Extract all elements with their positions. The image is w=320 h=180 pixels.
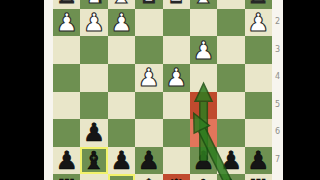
square-a5[interactable] <box>245 92 272 120</box>
square-h2[interactable]: ♟ <box>53 9 80 37</box>
black-knight: ♞ <box>220 176 242 180</box>
square-a8[interactable]: ♜ <box>245 174 272 180</box>
square-g6[interactable]: ♟ <box>80 119 107 147</box>
square-g8[interactable] <box>80 174 107 180</box>
white-bishop: ♝ <box>192 0 214 7</box>
square-a2[interactable]: ♟ <box>245 9 272 37</box>
square-d7[interactable] <box>163 147 190 175</box>
white-pawn: ♟ <box>192 38 214 63</box>
square-e6[interactable] <box>135 119 162 147</box>
square-e1[interactable]: ♚ <box>135 0 162 9</box>
square-g2[interactable]: ♟ <box>80 9 107 37</box>
video-frame: ♜♞♝♚♛♝♜♟♟♟♟♟♟♟♟♟♝♟♟♟♟♟♜♚♛♝♞♜ 234567 <box>0 0 320 180</box>
black-pawn: ♟ <box>138 148 160 173</box>
black-pawn: ♟ <box>220 148 242 173</box>
square-b7[interactable]: ♟ <box>217 147 244 175</box>
square-c7[interactable]: ♟ <box>190 147 217 175</box>
rank-label-gutter: 234567 <box>272 0 283 180</box>
white-pawn: ♟ <box>83 10 105 35</box>
square-d8[interactable]: ♛ <box>163 174 190 180</box>
white-pawn: ♟ <box>138 65 160 90</box>
black-king: ♚ <box>138 176 160 180</box>
rank-label-6: 6 <box>272 127 283 137</box>
rank-label-7: 7 <box>272 155 283 165</box>
square-f6[interactable] <box>108 119 135 147</box>
black-rook: ♜ <box>247 176 269 180</box>
square-c6[interactable] <box>190 119 217 147</box>
chess-board: ♜♞♝♚♛♝♜♟♟♟♟♟♟♟♟♟♝♟♟♟♟♟♜♚♛♝♞♜ <box>53 0 272 180</box>
white-rook: ♜ <box>55 0 77 7</box>
square-c3[interactable]: ♟ <box>190 36 217 64</box>
black-pawn: ♟ <box>55 148 77 173</box>
black-pawn: ♟ <box>247 148 269 173</box>
white-pawn: ♟ <box>55 10 77 35</box>
square-d1[interactable]: ♛ <box>163 0 190 9</box>
white-pawn: ♟ <box>165 65 187 90</box>
square-b5[interactable] <box>217 92 244 120</box>
square-b4[interactable] <box>217 64 244 92</box>
square-d6[interactable] <box>163 119 190 147</box>
square-c1[interactable]: ♝ <box>190 0 217 9</box>
square-g3[interactable] <box>80 36 107 64</box>
black-bishop: ♝ <box>83 148 105 173</box>
rank-label-5: 5 <box>272 100 283 110</box>
square-d2[interactable] <box>163 9 190 37</box>
square-f8[interactable] <box>108 174 135 180</box>
square-f2[interactable]: ♟ <box>108 9 135 37</box>
square-c5[interactable] <box>190 92 217 120</box>
square-e5[interactable] <box>135 92 162 120</box>
square-a6[interactable] <box>245 119 272 147</box>
square-b6[interactable] <box>217 119 244 147</box>
square-a7[interactable]: ♟ <box>245 147 272 175</box>
square-b3[interactable] <box>217 36 244 64</box>
square-b2[interactable] <box>217 9 244 37</box>
rank-label-2: 2 <box>272 17 283 27</box>
square-g5[interactable] <box>80 92 107 120</box>
square-e2[interactable] <box>135 9 162 37</box>
white-bishop: ♝ <box>110 0 132 7</box>
rank-label-3: 3 <box>272 45 283 55</box>
square-d3[interactable] <box>163 36 190 64</box>
square-h7[interactable]: ♟ <box>53 147 80 175</box>
square-d5[interactable] <box>163 92 190 120</box>
square-h8[interactable]: ♜ <box>53 174 80 180</box>
square-b8[interactable]: ♞ <box>217 174 244 180</box>
square-f7[interactable]: ♟ <box>108 147 135 175</box>
black-bishop: ♝ <box>192 176 214 180</box>
black-rook: ♜ <box>55 176 77 180</box>
square-c8[interactable]: ♝ <box>190 174 217 180</box>
black-pawn: ♟ <box>83 120 105 145</box>
square-e4[interactable]: ♟ <box>135 64 162 92</box>
square-g7[interactable]: ♝ <box>80 147 107 175</box>
square-h6[interactable] <box>53 119 80 147</box>
white-pawn: ♟ <box>247 10 269 35</box>
square-h5[interactable] <box>53 92 80 120</box>
square-a3[interactable] <box>245 36 272 64</box>
black-pawn: ♟ <box>192 148 214 173</box>
square-e8[interactable]: ♚ <box>135 174 162 180</box>
square-f5[interactable] <box>108 92 135 120</box>
white-pawn: ♟ <box>110 10 132 35</box>
square-e7[interactable]: ♟ <box>135 147 162 175</box>
square-f3[interactable] <box>108 36 135 64</box>
square-f4[interactable] <box>108 64 135 92</box>
board-gutter-left <box>44 0 53 180</box>
black-queen: ♛ <box>165 176 187 180</box>
square-d4[interactable]: ♟ <box>163 64 190 92</box>
square-h3[interactable] <box>53 36 80 64</box>
square-h4[interactable] <box>53 64 80 92</box>
square-c2[interactable] <box>190 9 217 37</box>
black-pawn: ♟ <box>110 148 132 173</box>
square-a4[interactable] <box>245 64 272 92</box>
square-c4[interactable] <box>190 64 217 92</box>
white-queen: ♛ <box>165 0 187 7</box>
square-e3[interactable] <box>135 36 162 64</box>
rank-label-4: 4 <box>272 72 283 82</box>
white-rook: ♜ <box>247 0 269 7</box>
white-king: ♚ <box>138 0 160 7</box>
white-knight: ♞ <box>83 0 105 7</box>
square-b1[interactable] <box>217 0 244 9</box>
square-g4[interactable] <box>80 64 107 92</box>
